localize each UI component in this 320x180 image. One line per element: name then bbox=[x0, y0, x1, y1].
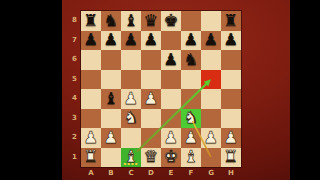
file-label-D: D bbox=[141, 168, 161, 178]
black-pawn-h7[interactable]: ♟ bbox=[224, 32, 239, 49]
square-d4[interactable]: ♟ bbox=[141, 89, 161, 109]
file-label-A: A bbox=[81, 168, 101, 178]
white-bishop-f1[interactable]: ♝ bbox=[184, 149, 199, 166]
white-pawn-f2[interactable]: ♟ bbox=[184, 129, 199, 146]
white-rook-h1[interactable]: ♜ bbox=[224, 149, 239, 166]
square-f4[interactable] bbox=[181, 89, 201, 109]
black-pawn-a7[interactable]: ♟ bbox=[84, 32, 99, 49]
square-e8[interactable]: ♚ bbox=[161, 11, 181, 31]
black-bishop-c8[interactable]: ♝ bbox=[124, 12, 139, 29]
file-label-B: B bbox=[101, 168, 121, 178]
square-a3[interactable] bbox=[81, 109, 101, 129]
square-d6[interactable] bbox=[141, 50, 161, 70]
square-g6[interactable] bbox=[201, 50, 221, 70]
square-h4[interactable] bbox=[221, 89, 241, 109]
file-label-F: F bbox=[181, 168, 201, 178]
square-a2[interactable]: ♟ bbox=[81, 128, 101, 148]
square-f1[interactable]: ♝ bbox=[181, 148, 201, 168]
square-d1[interactable]: ♛ bbox=[141, 148, 161, 168]
square-c8[interactable]: ♝ bbox=[121, 11, 141, 31]
square-c3[interactable]: ♞ bbox=[121, 109, 141, 129]
square-g7[interactable]: ♟ bbox=[201, 31, 221, 51]
white-pawn-e2[interactable]: ♟ bbox=[164, 129, 179, 146]
square-d5[interactable] bbox=[141, 70, 161, 90]
square-a8[interactable]: ♜ bbox=[81, 11, 101, 31]
black-knight-f6[interactable]: ♞ bbox=[184, 51, 199, 68]
square-e3[interactable] bbox=[161, 109, 181, 129]
rank-label-7: 7 bbox=[69, 31, 80, 51]
file-label-C: C bbox=[121, 168, 141, 178]
rank-label-2: 2 bbox=[69, 128, 80, 148]
square-a4[interactable] bbox=[81, 89, 101, 109]
square-c2[interactable] bbox=[121, 128, 141, 148]
square-a5[interactable] bbox=[81, 70, 101, 90]
square-e2[interactable]: ♟ bbox=[161, 128, 181, 148]
white-king-e1[interactable]: ♚ bbox=[164, 149, 179, 166]
black-knight-b8[interactable]: ♞ bbox=[104, 12, 119, 29]
black-bishop-b4[interactable]: ♝ bbox=[104, 90, 119, 107]
square-g2[interactable]: ♟ bbox=[201, 128, 221, 148]
rank-label-3: 3 bbox=[69, 109, 80, 129]
square-h3[interactable] bbox=[221, 109, 241, 129]
square-f2[interactable]: ♟ bbox=[181, 128, 201, 148]
white-pawn-d4[interactable]: ♟ bbox=[144, 90, 159, 107]
square-h2[interactable]: ♟ bbox=[221, 128, 241, 148]
white-pawn-a2[interactable]: ♟ bbox=[84, 129, 99, 146]
square-e5[interactable] bbox=[161, 70, 181, 90]
square-e7[interactable] bbox=[161, 31, 181, 51]
square-a1[interactable]: ♜ bbox=[81, 148, 101, 168]
chess-board: ♜♞♝♛♚♜♟♟♟♟♟♟♟♟♞♝♟♟♞♞♟♟♟♟♟♟♜♝♛♚♝♜ bbox=[81, 11, 241, 167]
video-frame: ♜♞♝♛♚♜♟♟♟♟♟♟♟♟♞♝♟♟♞♞♟♟♟♟♟♟♜♝♛♚♝♜ 8765432… bbox=[0, 0, 320, 180]
rank-label-8: 8 bbox=[69, 11, 80, 31]
square-c4[interactable]: ♟ bbox=[121, 89, 141, 109]
square-f8[interactable] bbox=[181, 11, 201, 31]
white-rook-a1[interactable]: ♜ bbox=[84, 149, 99, 166]
square-b7[interactable]: ♟ bbox=[101, 31, 121, 51]
rank-label-5: 5 bbox=[69, 70, 80, 90]
square-h6[interactable] bbox=[221, 50, 241, 70]
white-pawn-b2[interactable]: ♟ bbox=[104, 129, 119, 146]
black-queen-d8[interactable]: ♛ bbox=[144, 12, 159, 29]
square-e4[interactable] bbox=[161, 89, 181, 109]
square-g8[interactable] bbox=[201, 11, 221, 31]
black-pawn-g7[interactable]: ♟ bbox=[204, 32, 219, 49]
white-pawn-h2[interactable]: ♟ bbox=[224, 129, 239, 146]
square-g5[interactable] bbox=[201, 70, 221, 90]
white-pawn-c4[interactable]: ♟ bbox=[124, 90, 139, 107]
black-pawn-b7[interactable]: ♟ bbox=[104, 32, 119, 49]
square-a6[interactable] bbox=[81, 50, 101, 70]
square-h5[interactable] bbox=[221, 70, 241, 90]
black-pawn-c7[interactable]: ♟ bbox=[124, 32, 139, 49]
pillarbox-right bbox=[290, 0, 320, 180]
black-rook-a8[interactable]: ♜ bbox=[84, 12, 99, 29]
black-pawn-f7[interactable]: ♟ bbox=[184, 32, 199, 49]
square-h8[interactable]: ♜ bbox=[221, 11, 241, 31]
square-g1[interactable] bbox=[201, 148, 221, 168]
square-f3[interactable]: ♞ bbox=[181, 109, 201, 129]
white-pawn-g2[interactable]: ♟ bbox=[204, 129, 219, 146]
rank-label-1: 1 bbox=[69, 148, 80, 168]
square-h7[interactable]: ♟ bbox=[221, 31, 241, 51]
white-bishop-c1[interactable]: ♝ bbox=[124, 149, 139, 166]
square-b5[interactable] bbox=[101, 70, 121, 90]
square-a7[interactable]: ♟ bbox=[81, 31, 101, 51]
square-b1[interactable] bbox=[101, 148, 121, 168]
square-g3[interactable] bbox=[201, 109, 221, 129]
square-f5[interactable] bbox=[181, 70, 201, 90]
white-queen-d1[interactable]: ♛ bbox=[144, 149, 159, 166]
square-g4[interactable] bbox=[201, 89, 221, 109]
square-c7[interactable]: ♟ bbox=[121, 31, 141, 51]
white-knight-c3[interactable]: ♞ bbox=[124, 110, 139, 127]
square-f6[interactable]: ♞ bbox=[181, 50, 201, 70]
square-e1[interactable]: ♚ bbox=[161, 148, 181, 168]
square-c1[interactable]: ♝ bbox=[121, 148, 141, 168]
black-pawn-e6[interactable]: ♟ bbox=[164, 51, 179, 68]
black-pawn-d7[interactable]: ♟ bbox=[144, 32, 159, 49]
file-label-H: H bbox=[221, 168, 241, 178]
square-d8[interactable]: ♛ bbox=[141, 11, 161, 31]
square-e6[interactable]: ♟ bbox=[161, 50, 181, 70]
square-b3[interactable] bbox=[101, 109, 121, 129]
square-b4[interactable]: ♝ bbox=[101, 89, 121, 109]
file-label-E: E bbox=[161, 168, 181, 178]
square-c5[interactable] bbox=[121, 70, 141, 90]
white-knight-f3[interactable]: ♞ bbox=[184, 110, 199, 127]
pillarbox-left bbox=[0, 0, 62, 180]
square-b8[interactable]: ♞ bbox=[101, 11, 121, 31]
square-h1[interactable]: ♜ bbox=[221, 148, 241, 168]
file-label-G: G bbox=[201, 168, 221, 178]
square-c6[interactable] bbox=[121, 50, 141, 70]
black-king-e8[interactable]: ♚ bbox=[164, 12, 179, 29]
rank-label-6: 6 bbox=[69, 50, 80, 70]
square-d3[interactable] bbox=[141, 109, 161, 129]
square-b6[interactable] bbox=[101, 50, 121, 70]
square-d2[interactable] bbox=[141, 128, 161, 148]
black-rook-h8[interactable]: ♜ bbox=[224, 12, 239, 29]
square-b2[interactable]: ♟ bbox=[101, 128, 121, 148]
square-f7[interactable]: ♟ bbox=[181, 31, 201, 51]
rank-label-4: 4 bbox=[69, 89, 80, 109]
square-d7[interactable]: ♟ bbox=[141, 31, 161, 51]
